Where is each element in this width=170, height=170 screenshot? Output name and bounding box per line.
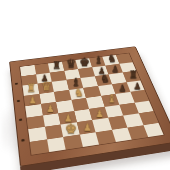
black-bishop-piece: ♝ — [71, 77, 80, 88]
square-h3 — [134, 100, 153, 113]
square-e3: ♟ — [89, 106, 108, 119]
square-e4 — [86, 96, 104, 109]
hinge-icon — [19, 118, 22, 121]
square-a1 — [30, 139, 49, 155]
hinge-icon — [21, 139, 24, 142]
black-rook-piece: ♜ — [128, 70, 137, 81]
white-pawn-piece: ♟ — [96, 108, 104, 118]
black-pawn-piece: ♟ — [41, 73, 49, 82]
hinge-icon — [15, 83, 18, 85]
square-f1 — [111, 127, 131, 142]
white-pawn-piece: ♟ — [46, 104, 54, 114]
square-h1 — [143, 122, 164, 136]
black-pawn-piece: ♟ — [133, 81, 141, 90]
black-pawn-piece: ♟ — [112, 64, 119, 73]
white-pawn-piece: ♟ — [29, 95, 37, 104]
hinge-icon — [17, 100, 20, 102]
black-pawn-piece: ♟ — [98, 66, 105, 75]
white-pawn-piece: ♟ — [83, 122, 92, 132]
black-rook-piece: ♜ — [52, 60, 61, 70]
square-a6: ♜ — [23, 84, 39, 96]
square-f4: ♝ — [101, 94, 119, 107]
square-e1 — [95, 129, 115, 144]
white-knight-piece: ♞ — [74, 87, 84, 98]
square-f3 — [104, 104, 123, 117]
white-king-piece: ♚ — [65, 121, 77, 135]
white-bishop-piece: ♝ — [107, 93, 117, 104]
square-d4 — [71, 98, 89, 111]
product-photo-page: { "scene": { "description": "Overhead an… — [0, 0, 170, 170]
chess-set-photo: ♜♛♚♝♞♟♟♟♜♛♝♞♜♟♞♟♟♟♝♟♟♚♟ — [0, 0, 170, 170]
black-pawn-piece: ♟ — [119, 83, 127, 92]
square-c1 — [63, 134, 82, 149]
square-h2 — [138, 111, 158, 125]
square-h7 — [119, 62, 136, 73]
white-pawn-piece: ♟ — [64, 113, 72, 123]
chess-board: ♜♛♚♝♞♟♟♟♜♛♝♞♜♟♞♟♟♟♝♟♟♚♟ — [19, 53, 165, 156]
square-a2 — [28, 127, 46, 142]
